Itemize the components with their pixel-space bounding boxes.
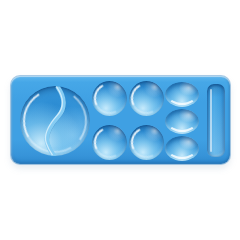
oval-pit-1[interactable] (165, 82, 199, 107)
store-slot[interactable] (207, 84, 225, 157)
oval-pit-2[interactable] (165, 109, 199, 134)
round-pit-2[interactable] (129, 81, 164, 116)
oval-pits-column (165, 76, 206, 164)
round-pit-1[interactable] (92, 81, 127, 116)
round-pit-4[interactable] (129, 125, 164, 160)
oval-pit-3[interactable] (165, 136, 199, 161)
palette-tray-board (11, 76, 230, 164)
large-well-zone (11, 76, 91, 164)
ridge-body (47, 88, 64, 156)
store-slot-zone (206, 76, 230, 164)
large-divided-well[interactable] (20, 86, 90, 156)
s-curve-divider-ridge (20, 86, 90, 156)
photo-background (0, 0, 240, 240)
round-pits-grid (91, 76, 165, 164)
round-pit-3[interactable] (92, 125, 127, 160)
